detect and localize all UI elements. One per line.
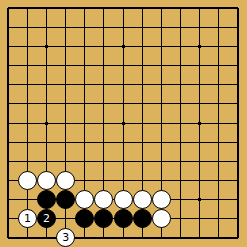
intersection-11-8 xyxy=(209,152,228,171)
intersection-2-8 xyxy=(37,152,56,171)
intersection-7-10 xyxy=(133,190,152,209)
black-stone xyxy=(75,209,94,228)
intersection-6-9 xyxy=(114,171,133,190)
intersection-3-3 xyxy=(56,56,75,75)
intersection-8-12 xyxy=(152,228,171,247)
intersection-11-11 xyxy=(209,209,228,228)
intersection-5-12 xyxy=(94,228,113,247)
intersection-12-0 xyxy=(228,0,247,18)
intersection-2-6 xyxy=(37,114,56,133)
intersection-5-3 xyxy=(94,56,113,75)
intersection-11-5 xyxy=(209,94,228,113)
intersection-5-0 xyxy=(94,0,113,18)
intersection-7-8 xyxy=(133,152,152,171)
intersection-3-7 xyxy=(56,133,75,152)
intersection-10-8 xyxy=(190,152,209,171)
intersection-4-7 xyxy=(75,133,94,152)
intersection-8-11 xyxy=(152,209,171,228)
intersection-7-1 xyxy=(133,18,152,37)
intersection-11-0 xyxy=(209,0,228,18)
intersection-3-0 xyxy=(56,0,75,18)
black-stone xyxy=(114,209,133,228)
intersection-5-7 xyxy=(94,133,113,152)
white-stone xyxy=(37,171,56,190)
intersection-8-6 xyxy=(152,114,171,133)
intersection-9-3 xyxy=(171,56,190,75)
white-stone-move-1: 1 xyxy=(18,209,37,228)
intersection-3-1 xyxy=(56,18,75,37)
intersection-10-11 xyxy=(190,209,209,228)
intersection-0-11 xyxy=(0,209,18,228)
intersection-7-2 xyxy=(133,37,152,56)
intersection-1-3 xyxy=(18,56,37,75)
intersection-3-12: 3 xyxy=(56,228,75,247)
intersection-1-4 xyxy=(18,75,37,94)
intersection-12-8 xyxy=(228,152,247,171)
intersection-7-5 xyxy=(133,94,152,113)
intersection-11-12 xyxy=(209,228,228,247)
intersection-12-2 xyxy=(228,37,247,56)
white-stone xyxy=(75,190,94,209)
white-stone xyxy=(133,190,152,209)
intersection-12-12 xyxy=(228,228,247,247)
star-point-icon xyxy=(198,122,201,125)
intersection-10-12 xyxy=(190,228,209,247)
intersection-6-7 xyxy=(114,133,133,152)
intersection-12-4 xyxy=(228,75,247,94)
black-stone xyxy=(37,190,56,209)
intersection-12-9 xyxy=(228,171,247,190)
intersection-4-11 xyxy=(75,209,94,228)
intersection-7-11 xyxy=(133,209,152,228)
intersection-7-12 xyxy=(133,228,152,247)
intersection-12-11 xyxy=(228,209,247,228)
intersection-10-7 xyxy=(190,133,209,152)
white-stone xyxy=(152,190,171,209)
intersection-1-7 xyxy=(18,133,37,152)
intersection-11-2 xyxy=(209,37,228,56)
intersection-3-2 xyxy=(56,37,75,56)
intersection-6-5 xyxy=(114,94,133,113)
intersection-10-10 xyxy=(190,190,209,209)
intersection-0-1 xyxy=(0,18,18,37)
intersection-1-8 xyxy=(18,152,37,171)
intersection-2-1 xyxy=(37,18,56,37)
intersection-4-5 xyxy=(75,94,94,113)
intersection-4-8 xyxy=(75,152,94,171)
intersection-5-11 xyxy=(94,209,113,228)
intersection-9-12 xyxy=(171,228,190,247)
intersection-6-3 xyxy=(114,56,133,75)
white-stone xyxy=(114,190,133,209)
intersection-6-11 xyxy=(114,209,133,228)
intersection-1-6 xyxy=(18,114,37,133)
intersection-4-1 xyxy=(75,18,94,37)
intersection-3-8 xyxy=(56,152,75,171)
intersection-10-1 xyxy=(190,18,209,37)
intersection-1-12 xyxy=(18,228,37,247)
intersection-8-5 xyxy=(152,94,171,113)
intersection-4-6 xyxy=(75,114,94,133)
intersection-5-1 xyxy=(94,18,113,37)
intersection-3-11 xyxy=(56,209,75,228)
intersection-6-6 xyxy=(114,114,133,133)
intersection-9-9 xyxy=(171,171,190,190)
intersection-10-3 xyxy=(190,56,209,75)
intersection-7-9 xyxy=(133,171,152,190)
intersection-1-11: 1 xyxy=(18,209,37,228)
intersection-8-1 xyxy=(152,18,171,37)
intersection-2-7 xyxy=(37,133,56,152)
intersection-1-0 xyxy=(18,0,37,18)
intersection-1-5 xyxy=(18,94,37,113)
intersection-4-9 xyxy=(75,171,94,190)
white-stone-move-3: 3 xyxy=(56,228,75,247)
intersection-9-6 xyxy=(171,114,190,133)
intersection-8-8 xyxy=(152,152,171,171)
intersection-10-9 xyxy=(190,171,209,190)
star-point-icon xyxy=(198,45,201,48)
intersection-0-10 xyxy=(0,190,18,209)
black-stone-move-2: 2 xyxy=(37,209,56,228)
intersection-11-6 xyxy=(209,114,228,133)
intersection-4-10 xyxy=(75,190,94,209)
white-stone xyxy=(152,209,171,228)
intersection-4-2 xyxy=(75,37,94,56)
intersection-6-0 xyxy=(114,0,133,18)
intersection-2-12 xyxy=(37,228,56,247)
star-point-icon xyxy=(122,122,125,125)
star-point-icon xyxy=(45,45,48,48)
intersection-0-0 xyxy=(0,0,18,18)
black-stone xyxy=(56,190,75,209)
intersection-0-5 xyxy=(0,94,18,113)
intersection-1-1 xyxy=(18,18,37,37)
intersection-6-2 xyxy=(114,37,133,56)
intersection-9-11 xyxy=(171,209,190,228)
intersection-2-4 xyxy=(37,75,56,94)
intersection-5-4 xyxy=(94,75,113,94)
intersection-7-4 xyxy=(133,75,152,94)
intersection-10-0 xyxy=(190,0,209,18)
intersection-9-7 xyxy=(171,133,190,152)
intersection-10-5 xyxy=(190,94,209,113)
intersection-7-7 xyxy=(133,133,152,152)
intersection-6-4 xyxy=(114,75,133,94)
intersection-5-5 xyxy=(94,94,113,113)
intersection-0-4 xyxy=(0,75,18,94)
intersection-11-3 xyxy=(209,56,228,75)
intersection-7-3 xyxy=(133,56,152,75)
intersection-8-9 xyxy=(152,171,171,190)
intersection-3-5 xyxy=(56,94,75,113)
intersection-6-10 xyxy=(114,190,133,209)
intersection-9-2 xyxy=(171,37,190,56)
black-stone xyxy=(94,209,113,228)
white-stone xyxy=(94,190,113,209)
intersection-8-10 xyxy=(152,190,171,209)
intersection-10-4 xyxy=(190,75,209,94)
intersection-12-10 xyxy=(228,190,247,209)
intersection-6-12 xyxy=(114,228,133,247)
intersection-5-10 xyxy=(94,190,113,209)
intersection-9-10 xyxy=(171,190,190,209)
intersection-3-9 xyxy=(56,171,75,190)
intersection-3-4 xyxy=(56,75,75,94)
intersection-2-3 xyxy=(37,56,56,75)
intersection-0-8 xyxy=(0,152,18,171)
intersection-10-6 xyxy=(190,114,209,133)
go-board-diagram: 123 xyxy=(0,0,247,247)
intersection-7-0 xyxy=(133,0,152,18)
intersection-6-8 xyxy=(114,152,133,171)
intersection-8-4 xyxy=(152,75,171,94)
star-point-icon xyxy=(122,45,125,48)
intersection-0-2 xyxy=(0,37,18,56)
star-point-icon xyxy=(45,122,48,125)
intersection-2-10 xyxy=(37,190,56,209)
intersection-11-1 xyxy=(209,18,228,37)
intersection-0-7 xyxy=(0,133,18,152)
black-stone xyxy=(133,209,152,228)
intersection-2-0 xyxy=(37,0,56,18)
intersection-0-6 xyxy=(0,114,18,133)
intersection-9-0 xyxy=(171,0,190,18)
board-grid: 123 xyxy=(0,0,247,247)
intersection-3-6 xyxy=(56,114,75,133)
intersection-11-7 xyxy=(209,133,228,152)
intersection-4-0 xyxy=(75,0,94,18)
intersection-4-3 xyxy=(75,56,94,75)
intersection-6-1 xyxy=(114,18,133,37)
intersection-2-9 xyxy=(37,171,56,190)
intersection-12-5 xyxy=(228,94,247,113)
intersection-9-4 xyxy=(171,75,190,94)
intersection-8-7 xyxy=(152,133,171,152)
intersection-11-10 xyxy=(209,190,228,209)
intersection-5-2 xyxy=(94,37,113,56)
intersection-5-8 xyxy=(94,152,113,171)
intersection-9-5 xyxy=(171,94,190,113)
intersection-12-3 xyxy=(228,56,247,75)
intersection-1-10 xyxy=(18,190,37,209)
intersection-0-12 xyxy=(0,228,18,247)
intersection-4-4 xyxy=(75,75,94,94)
intersection-8-0 xyxy=(152,0,171,18)
intersection-8-3 xyxy=(152,56,171,75)
intersection-12-6 xyxy=(228,114,247,133)
intersection-8-2 xyxy=(152,37,171,56)
intersection-0-3 xyxy=(0,56,18,75)
intersection-1-9 xyxy=(18,171,37,190)
intersection-10-2 xyxy=(190,37,209,56)
intersection-11-9 xyxy=(209,171,228,190)
white-stone xyxy=(18,171,37,190)
intersection-2-2 xyxy=(37,37,56,56)
intersection-2-5 xyxy=(37,94,56,113)
intersection-4-12 xyxy=(75,228,94,247)
intersection-5-9 xyxy=(94,171,113,190)
intersection-7-6 xyxy=(133,114,152,133)
intersection-12-1 xyxy=(228,18,247,37)
intersection-3-10 xyxy=(56,190,75,209)
intersection-0-9 xyxy=(0,171,18,190)
white-stone xyxy=(56,171,75,190)
star-point-icon xyxy=(198,198,201,201)
intersection-5-6 xyxy=(94,114,113,133)
intersection-1-2 xyxy=(18,37,37,56)
intersection-12-7 xyxy=(228,133,247,152)
intersection-9-8 xyxy=(171,152,190,171)
intersection-2-11: 2 xyxy=(37,209,56,228)
intersection-9-1 xyxy=(171,18,190,37)
intersection-11-4 xyxy=(209,75,228,94)
